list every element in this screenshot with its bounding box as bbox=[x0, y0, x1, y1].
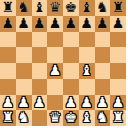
square-d1[interactable]: ♛ bbox=[47, 110, 63, 126]
piece-white-pawn[interactable]: ♟ bbox=[96, 95, 109, 110]
piece-black-pawn[interactable]: ♟ bbox=[96, 16, 109, 31]
piece-black-bishop[interactable]: ♝ bbox=[33, 0, 46, 15]
piece-black-pawn[interactable]: ♟ bbox=[65, 16, 78, 31]
square-e5[interactable] bbox=[63, 47, 79, 63]
square-c8[interactable]: ♝ bbox=[32, 0, 48, 16]
square-c1[interactable] bbox=[32, 110, 48, 126]
square-g4[interactable] bbox=[95, 63, 111, 79]
square-a1[interactable]: ♜ bbox=[0, 110, 16, 126]
piece-black-rook[interactable]: ♜ bbox=[112, 0, 125, 15]
square-e4[interactable] bbox=[63, 63, 79, 79]
square-b5[interactable] bbox=[16, 47, 32, 63]
piece-white-queen[interactable]: ♛ bbox=[49, 110, 62, 125]
square-f7[interactable]: ♟ bbox=[79, 16, 95, 32]
square-e3[interactable] bbox=[63, 79, 79, 95]
square-b7[interactable]: ♟ bbox=[16, 16, 32, 32]
square-b6[interactable] bbox=[16, 32, 32, 48]
square-f4[interactable]: ♝ bbox=[79, 63, 95, 79]
piece-white-king[interactable]: ♚ bbox=[65, 110, 78, 125]
piece-black-pawn[interactable]: ♟ bbox=[112, 16, 125, 31]
square-a8[interactable]: ♜ bbox=[0, 0, 16, 16]
square-h4[interactable] bbox=[110, 63, 126, 79]
piece-black-pawn[interactable]: ♟ bbox=[17, 16, 30, 31]
square-g6[interactable] bbox=[95, 32, 111, 48]
square-c2[interactable]: ♟ bbox=[32, 95, 48, 111]
square-b2[interactable]: ♟ bbox=[16, 95, 32, 111]
piece-black-queen[interactable]: ♛ bbox=[49, 0, 62, 15]
piece-white-pawn[interactable]: ♟ bbox=[65, 95, 78, 110]
piece-black-pawn[interactable]: ♟ bbox=[80, 16, 93, 31]
square-b4[interactable] bbox=[16, 63, 32, 79]
piece-white-bishop[interactable]: ♝ bbox=[80, 63, 93, 78]
square-g8[interactable]: ♞ bbox=[95, 0, 111, 16]
piece-white-pawn[interactable]: ♟ bbox=[112, 95, 125, 110]
square-f8[interactable]: ♝ bbox=[79, 0, 95, 16]
piece-white-pawn[interactable]: ♟ bbox=[17, 95, 30, 110]
square-h1[interactable]: ♜ bbox=[110, 110, 126, 126]
square-a5[interactable] bbox=[0, 47, 16, 63]
piece-white-knight[interactable]: ♞ bbox=[96, 110, 109, 125]
square-e8[interactable]: ♚ bbox=[63, 0, 79, 16]
square-f3[interactable] bbox=[79, 79, 95, 95]
piece-black-bishop[interactable]: ♝ bbox=[80, 0, 93, 15]
piece-black-pawn[interactable]: ♟ bbox=[49, 16, 62, 31]
piece-white-rook[interactable]: ♜ bbox=[112, 110, 125, 125]
square-e6[interactable] bbox=[63, 32, 79, 48]
square-d2[interactable] bbox=[47, 95, 63, 111]
piece-white-bishop[interactable]: ♝ bbox=[80, 110, 93, 125]
piece-black-pawn[interactable]: ♟ bbox=[2, 16, 15, 31]
piece-white-knight[interactable]: ♞ bbox=[17, 110, 30, 125]
square-d8[interactable]: ♛ bbox=[47, 0, 63, 16]
square-c6[interactable] bbox=[32, 32, 48, 48]
square-c4[interactable] bbox=[32, 63, 48, 79]
square-a3[interactable] bbox=[0, 79, 16, 95]
square-a7[interactable]: ♟ bbox=[0, 16, 16, 32]
square-d6[interactable] bbox=[47, 32, 63, 48]
chess-board: ♜♞♝♛♚♝♞♜♟♟♟♟♟♟♟♟♟♝♟♟♟♟♟♟♟♜♞♛♚♝♞♜ bbox=[0, 0, 126, 126]
square-f1[interactable]: ♝ bbox=[79, 110, 95, 126]
square-c3[interactable] bbox=[32, 79, 48, 95]
piece-white-pawn[interactable]: ♟ bbox=[2, 95, 15, 110]
square-b1[interactable]: ♞ bbox=[16, 110, 32, 126]
square-a4[interactable] bbox=[0, 63, 16, 79]
square-e2[interactable]: ♟ bbox=[63, 95, 79, 111]
square-e7[interactable]: ♟ bbox=[63, 16, 79, 32]
square-d4[interactable]: ♟ bbox=[47, 63, 63, 79]
square-c7[interactable]: ♟ bbox=[32, 16, 48, 32]
square-a2[interactable]: ♟ bbox=[0, 95, 16, 111]
square-b8[interactable]: ♞ bbox=[16, 0, 32, 16]
square-e1[interactable]: ♚ bbox=[63, 110, 79, 126]
square-f2[interactable]: ♟ bbox=[79, 95, 95, 111]
square-h8[interactable]: ♜ bbox=[110, 0, 126, 16]
square-g5[interactable] bbox=[95, 47, 111, 63]
square-h5[interactable] bbox=[110, 47, 126, 63]
piece-white-pawn[interactable]: ♟ bbox=[80, 95, 93, 110]
square-g3[interactable] bbox=[95, 79, 111, 95]
square-d5[interactable] bbox=[47, 47, 63, 63]
piece-white-rook[interactable]: ♜ bbox=[2, 110, 15, 125]
square-h2[interactable]: ♟ bbox=[110, 95, 126, 111]
piece-white-pawn[interactable]: ♟ bbox=[33, 95, 46, 110]
square-g1[interactable]: ♞ bbox=[95, 110, 111, 126]
square-f6[interactable] bbox=[79, 32, 95, 48]
square-f5[interactable] bbox=[79, 47, 95, 63]
piece-black-pawn[interactable]: ♟ bbox=[33, 16, 46, 31]
piece-black-knight[interactable]: ♞ bbox=[96, 0, 109, 15]
piece-black-rook[interactable]: ♜ bbox=[2, 0, 15, 15]
square-h6[interactable] bbox=[110, 32, 126, 48]
piece-black-king[interactable]: ♚ bbox=[65, 0, 78, 15]
piece-black-knight[interactable]: ♞ bbox=[17, 0, 30, 15]
piece-white-pawn[interactable]: ♟ bbox=[49, 63, 62, 78]
square-d7[interactable]: ♟ bbox=[47, 16, 63, 32]
square-b3[interactable] bbox=[16, 79, 32, 95]
square-h3[interactable] bbox=[110, 79, 126, 95]
square-a6[interactable] bbox=[0, 32, 16, 48]
square-g2[interactable]: ♟ bbox=[95, 95, 111, 111]
square-g7[interactable]: ♟ bbox=[95, 16, 111, 32]
square-d3[interactable] bbox=[47, 79, 63, 95]
square-c5[interactable] bbox=[32, 47, 48, 63]
square-h7[interactable]: ♟ bbox=[110, 16, 126, 32]
